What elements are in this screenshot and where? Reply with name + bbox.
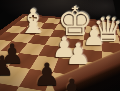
piece-black-pawn-d2[interactable]: ♟ <box>33 59 61 90</box>
piece-white-pawn-f3[interactable]: ♟ <box>65 40 91 69</box>
piece-black-pawn-e1[interactable]: ♟ <box>58 75 86 91</box>
piece-black-pawn-b2[interactable]: ♟ <box>0 52 14 79</box>
chessboard-photo: ♝♚♛♟♟♟♟♟♟♟ <box>0 0 120 91</box>
piece-white-bishop-b6[interactable]: ♝ <box>18 4 48 38</box>
pieces-layer: ♝♚♛♟♟♟♟♟♟♟ <box>0 0 120 91</box>
